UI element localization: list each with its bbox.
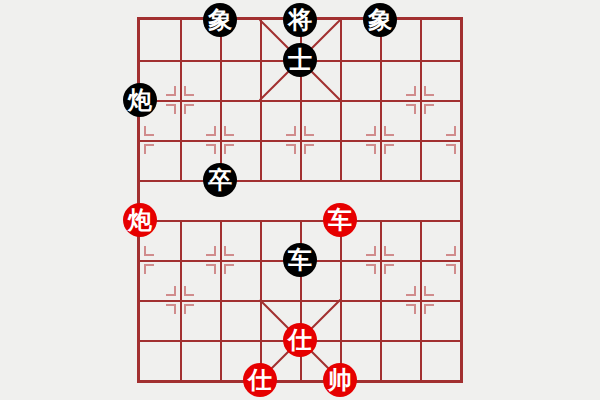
board-cell (340, 300, 380, 340)
piece-black-elephant[interactable]: 象 (363, 3, 397, 37)
board-cell (340, 60, 380, 100)
point-marker (286, 144, 296, 154)
point-marker (424, 286, 434, 296)
board-cell (420, 180, 460, 220)
piece-red-advisor[interactable]: 仕 (283, 323, 317, 357)
piece-red-chariot[interactable]: 车 (323, 203, 357, 237)
point-marker (144, 246, 154, 256)
point-marker (366, 144, 376, 154)
point-marker (206, 126, 216, 136)
point-marker (424, 304, 434, 314)
board-cell (180, 340, 220, 380)
point-marker (166, 304, 176, 314)
point-marker (206, 246, 216, 256)
point-marker (144, 126, 154, 136)
point-marker (184, 86, 194, 96)
point-marker (406, 104, 416, 114)
point-marker (206, 264, 216, 274)
board-cell (380, 340, 420, 380)
point-marker (384, 264, 394, 274)
point-marker (384, 246, 394, 256)
board-cell (420, 340, 460, 380)
point-marker (384, 144, 394, 154)
point-marker (286, 126, 296, 136)
point-marker (446, 144, 456, 154)
point-marker (206, 144, 216, 154)
point-marker (424, 104, 434, 114)
point-marker (166, 86, 176, 96)
point-marker (224, 126, 234, 136)
point-marker (304, 144, 314, 154)
piece-red-general[interactable]: 帅 (323, 363, 357, 397)
piece-black-elephant[interactable]: 象 (203, 3, 237, 37)
board-cell (260, 180, 300, 220)
point-marker (184, 304, 194, 314)
piece-black-soldier[interactable]: 卒 (203, 163, 237, 197)
piece-black-cannon[interactable]: 炮 (123, 83, 157, 117)
piece-black-chariot[interactable]: 车 (283, 243, 317, 277)
point-marker (366, 126, 376, 136)
piece-red-cannon[interactable]: 炮 (123, 203, 157, 237)
piece-red-advisor[interactable]: 仕 (243, 363, 277, 397)
point-marker (304, 126, 314, 136)
point-marker (184, 286, 194, 296)
board-cell (220, 60, 260, 100)
point-marker (144, 264, 154, 274)
point-marker (406, 86, 416, 96)
point-marker (184, 104, 194, 114)
board-cell (420, 20, 460, 60)
board-cell (380, 180, 420, 220)
piece-black-general[interactable]: 将 (283, 3, 317, 37)
point-marker (446, 264, 456, 274)
point-marker (424, 86, 434, 96)
board-cell (220, 300, 260, 340)
board-cell (140, 340, 180, 380)
point-marker (224, 144, 234, 154)
point-marker (366, 264, 376, 274)
point-marker (144, 144, 154, 154)
piece-black-advisor[interactable]: 士 (283, 43, 317, 77)
point-marker (166, 104, 176, 114)
point-marker (224, 264, 234, 274)
xiangqi-board[interactable]: 象将象士炮卒车炮车仕仕帅 (137, 17, 463, 383)
point-marker (366, 246, 376, 256)
xiangqi-screenshot: 象将象士炮卒车炮车仕仕帅 (0, 0, 600, 400)
point-marker (446, 246, 456, 256)
point-marker (384, 126, 394, 136)
point-marker (446, 126, 456, 136)
point-marker (406, 304, 416, 314)
point-marker (224, 246, 234, 256)
point-marker (406, 286, 416, 296)
board-cell (140, 20, 180, 60)
point-marker (166, 286, 176, 296)
